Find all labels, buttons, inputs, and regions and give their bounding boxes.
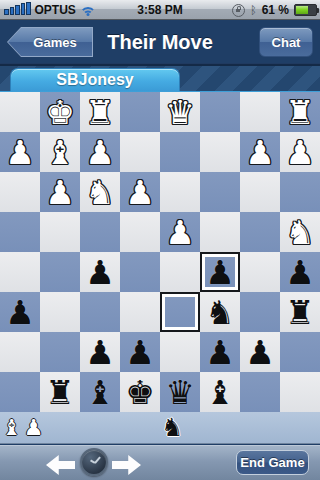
square-b3[interactable] [240, 172, 280, 212]
next-move-arrow-icon[interactable] [112, 455, 141, 475]
square-d7[interactable] [160, 332, 200, 372]
square-c7[interactable]: ♟ [200, 332, 240, 372]
square-b6[interactable] [240, 292, 280, 332]
square-c5[interactable]: ♟ [200, 252, 240, 292]
square-f2[interactable]: ♟ [80, 132, 120, 172]
square-g4[interactable] [40, 212, 80, 252]
square-e7[interactable]: ♟ [120, 332, 160, 372]
status-bar-right: ᛒ 61 % [232, 0, 317, 20]
square-e6[interactable] [120, 292, 160, 332]
piece-white-rook: ♜ [85, 96, 115, 129]
square-d8[interactable]: ♛ [160, 372, 200, 412]
square-f7[interactable]: ♟ [80, 332, 120, 372]
piece-white-pawn: ♟ [85, 136, 115, 169]
piece-white-knight: ♞ [85, 176, 115, 209]
piece-black-queen: ♛ [165, 376, 195, 409]
square-b1[interactable] [240, 92, 280, 132]
square-d5[interactable] [160, 252, 200, 292]
rotation-lock-icon [232, 4, 245, 17]
square-g1[interactable]: ♚ [40, 92, 80, 132]
square-b5[interactable] [240, 252, 280, 292]
move-timer-clock-icon[interactable] [80, 448, 108, 476]
piece-black-rook: ♜ [45, 376, 75, 409]
square-a1[interactable]: ♜ [280, 92, 320, 132]
captured-black-knight: ♞ [161, 414, 183, 442]
piece-black-pawn: ♟ [85, 336, 115, 369]
piece-white-pawn: ♟ [285, 136, 315, 169]
piece-white-queen: ♛ [165, 96, 195, 129]
piece-black-pawn: ♟ [285, 256, 315, 289]
square-e1[interactable] [120, 92, 160, 132]
square-b7[interactable]: ♟ [240, 332, 280, 372]
square-c6[interactable]: ♞ [200, 292, 240, 332]
square-c8[interactable]: ♝ [200, 372, 240, 412]
square-a5[interactable]: ♟ [280, 252, 320, 292]
square-g3[interactable]: ♟ [40, 172, 80, 212]
piece-white-pawn: ♟ [165, 216, 195, 249]
piece-white-pawn: ♟ [5, 136, 35, 169]
square-f5[interactable]: ♟ [80, 252, 120, 292]
captured-white-bishop: ♝ [2, 415, 22, 441]
square-d2[interactable] [160, 132, 200, 172]
previous-move-arrow-icon[interactable] [46, 455, 75, 475]
piece-white-pawn: ♟ [125, 176, 155, 209]
square-f8[interactable]: ♝ [80, 372, 120, 412]
end-game-label: End Game [240, 455, 304, 470]
bottom-toolbar: End Game [0, 445, 320, 480]
battery-percent-label: 61 % [262, 3, 289, 17]
piece-black-pawn: ♟ [205, 256, 235, 289]
square-d6[interactable] [160, 292, 200, 332]
square-e8[interactable]: ♚ [120, 372, 160, 412]
games-back-button-face[interactable]: Games [8, 28, 92, 56]
piece-black-pawn: ♟ [205, 336, 235, 369]
piece-white-rook: ♜ [285, 96, 315, 129]
square-d3[interactable] [160, 172, 200, 212]
square-h1[interactable] [0, 92, 40, 132]
square-g6[interactable] [40, 292, 80, 332]
opponent-tab-bar: SBJonesy [0, 64, 320, 94]
piece-white-bishop: ♝ [45, 136, 75, 169]
piece-black-pawn: ♟ [245, 336, 275, 369]
square-h8[interactable] [0, 372, 40, 412]
square-g8[interactable]: ♜ [40, 372, 80, 412]
chat-button[interactable]: Chat [259, 27, 313, 57]
bluetooth-icon: ᛒ [250, 4, 257, 17]
games-back-label: Games [33, 35, 76, 50]
piece-white-pawn: ♟ [45, 176, 75, 209]
piece-white-pawn: ♟ [245, 136, 275, 169]
square-a4[interactable]: ♞ [280, 212, 320, 252]
square-g7[interactable] [40, 332, 80, 372]
square-h7[interactable] [0, 332, 40, 372]
piece-black-bishop: ♝ [85, 376, 115, 409]
square-b2[interactable]: ♟ [240, 132, 280, 172]
games-back-button[interactable]: Games [7, 27, 93, 57]
piece-black-pawn: ♟ [5, 296, 35, 329]
piece-black-pawn: ♟ [125, 336, 155, 369]
square-h3[interactable] [0, 172, 40, 212]
square-a2[interactable]: ♟ [280, 132, 320, 172]
square-g5[interactable] [40, 252, 80, 292]
square-e5[interactable] [120, 252, 160, 292]
piece-black-rook: ♜ [285, 296, 315, 329]
square-g2[interactable]: ♝ [40, 132, 80, 172]
navigation-bar: Their Move Games Chat [0, 20, 320, 64]
square-f4[interactable] [80, 212, 120, 252]
square-c1[interactable] [200, 92, 240, 132]
piece-black-pawn: ♟ [85, 256, 115, 289]
square-d1[interactable]: ♛ [160, 92, 200, 132]
opponent-name: SBJonesy [56, 71, 133, 89]
piece-white-king: ♚ [45, 96, 75, 129]
captured-pieces-tray: ♝♟ ♞ [0, 412, 320, 444]
square-h5[interactable] [0, 252, 40, 292]
square-e4[interactable] [120, 212, 160, 252]
square-c3[interactable] [200, 172, 240, 212]
square-d4[interactable]: ♟ [160, 212, 200, 252]
square-f6[interactable] [80, 292, 120, 332]
opponent-tab[interactable]: SBJonesy [10, 68, 180, 91]
status-bar: OPTUS 3:58 PM ᛒ 61 % [0, 0, 320, 20]
square-h4[interactable] [0, 212, 40, 252]
square-b4[interactable] [240, 212, 280, 252]
square-a8[interactable] [280, 372, 320, 412]
square-f1[interactable]: ♜ [80, 92, 120, 132]
square-e3[interactable]: ♟ [120, 172, 160, 212]
square-e2[interactable] [120, 132, 160, 172]
square-a3[interactable] [280, 172, 320, 212]
square-a6[interactable]: ♜ [280, 292, 320, 332]
square-b8[interactable] [240, 372, 280, 412]
captured-white-pawn: ♟ [24, 415, 44, 441]
square-f3[interactable]: ♞ [80, 172, 120, 212]
end-game-button[interactable]: End Game [236, 450, 309, 475]
piece-white-knight: ♞ [285, 216, 315, 249]
square-a7[interactable] [280, 332, 320, 372]
square-c2[interactable] [200, 132, 240, 172]
piece-black-knight: ♞ [205, 296, 235, 329]
piece-black-king: ♚ [125, 376, 155, 409]
chess-board: ♚♜♛♜♟♝♟♟♟♟♞♟♟♞♟♟♟♟♞♜♟♟♟♟♜♝♚♛♝ [0, 92, 320, 412]
iphone-screen: OPTUS 3:58 PM ᛒ 61 % Their Move Games Ch… [0, 0, 320, 480]
battery-icon [294, 4, 317, 16]
square-h6[interactable]: ♟ [0, 292, 40, 332]
chat-label: Chat [272, 35, 301, 50]
square-c4[interactable] [200, 212, 240, 252]
captured-white-pieces: ♝♟ [2, 415, 43, 441]
piece-black-bishop: ♝ [205, 376, 235, 409]
square-h2[interactable]: ♟ [0, 132, 40, 172]
